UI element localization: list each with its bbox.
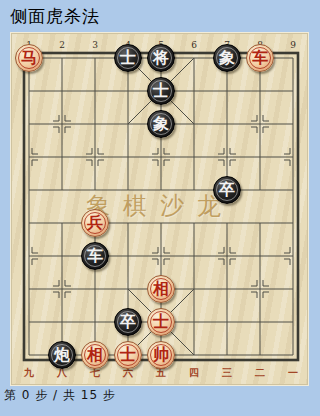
file-label-bottom: 四 (183, 367, 205, 379)
file-label-top: 2 (51, 39, 73, 51)
file-label-top: 3 (84, 39, 106, 51)
page-title: 侧面虎杀法 (10, 6, 100, 26)
piece-red-elephant[interactable]: 相 (147, 275, 175, 303)
piece-glyph: 卒 (120, 312, 136, 333)
piece-black-elephant[interactable]: 象 (147, 110, 175, 138)
piece-glyph: 帅 (153, 345, 169, 366)
piece-red-soldier[interactable]: 兵 (81, 209, 109, 237)
piece-glyph: 象 (153, 114, 169, 135)
piece-red-horse[interactable]: 马 (15, 44, 43, 72)
file-label-bottom: 一 (282, 367, 304, 379)
piece-red-chariot[interactable]: 车 (246, 44, 274, 72)
piece-glyph: 车 (87, 246, 103, 267)
piece-glyph: 士 (120, 345, 136, 366)
piece-black-advisor[interactable]: 士 (114, 44, 142, 72)
piece-glyph: 相 (153, 279, 169, 300)
file-label-top: 6 (183, 39, 205, 51)
piece-glyph: 车 (252, 48, 268, 69)
xiangqi-board[interactable]: 123456789 九八七六五四三二一 象棋沙龙 马士将象车士象卒兵车相卒士炮相… (11, 33, 308, 385)
piece-glyph: 象 (219, 48, 235, 69)
piece-glyph: 士 (120, 48, 136, 69)
piece-red-general[interactable]: 帅 (147, 341, 175, 369)
piece-glyph: 炮 (54, 345, 70, 366)
piece-black-elephant[interactable]: 象 (213, 44, 241, 72)
file-label-bottom: 九 (18, 367, 40, 379)
piece-black-soldier[interactable]: 卒 (213, 176, 241, 204)
file-label-bottom: 二 (249, 367, 271, 379)
piece-glyph: 兵 (87, 213, 103, 234)
piece-red-advisor[interactable]: 士 (147, 308, 175, 336)
status-bar: 第 0 步 / 共 15 步 (4, 388, 116, 403)
piece-black-cannon[interactable]: 炮 (48, 341, 76, 369)
file-label-bottom: 三 (216, 367, 238, 379)
piece-glyph: 卒 (219, 180, 235, 201)
piece-black-advisor[interactable]: 士 (147, 77, 175, 105)
piece-glyph: 相 (87, 345, 103, 366)
piece-red-advisor[interactable]: 士 (114, 341, 142, 369)
piece-glyph: 士 (153, 312, 169, 333)
piece-glyph: 士 (153, 81, 169, 102)
file-label-top: 9 (282, 39, 304, 51)
piece-glyph: 将 (153, 48, 169, 69)
piece-black-soldier[interactable]: 卒 (114, 308, 142, 336)
piece-black-chariot[interactable]: 车 (81, 242, 109, 270)
piece-red-elephant[interactable]: 相 (81, 341, 109, 369)
piece-glyph: 马 (21, 48, 37, 69)
piece-black-general[interactable]: 将 (147, 44, 175, 72)
